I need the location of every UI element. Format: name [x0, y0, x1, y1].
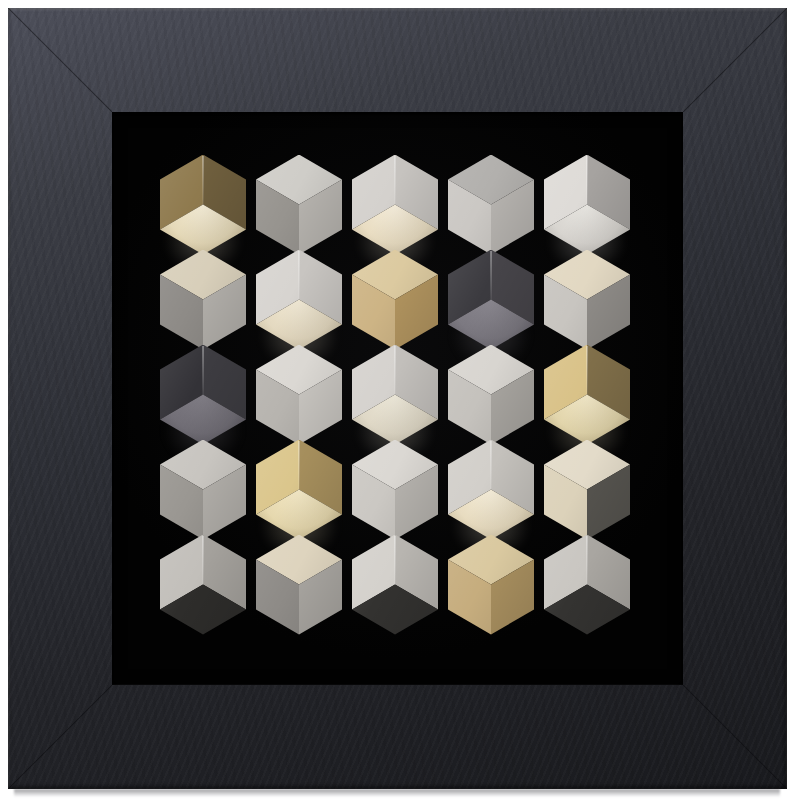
- grid-cell-r4c2: [251, 442, 347, 537]
- cube-r1c1-gold-bottom-view: [160, 155, 246, 255]
- grid-cell-r1c3: [347, 157, 443, 252]
- frame-mitre-seam-bottom-right: [683, 685, 787, 789]
- grid-cell-r5c1: [155, 537, 251, 632]
- cube-front-edge-highlight: [490, 441, 492, 490]
- grid-cell-r4c4: [443, 442, 539, 537]
- cube-r2c1-silver-top-view: [160, 250, 246, 350]
- grid-cell-r2c2: [251, 252, 347, 347]
- cube-r3c5-gold-bottom-view: [544, 345, 630, 445]
- grid-cell-r3c1: [155, 347, 251, 442]
- cube-r5c4-gold-top-view: [448, 535, 534, 635]
- cube-front-edge-highlight: [298, 251, 300, 300]
- cube-r5c1-silver-bottom-view: [160, 535, 246, 635]
- cube-front-edge-highlight: [394, 156, 396, 205]
- cube-r3c3-silver-bottom-view: [352, 345, 438, 445]
- cube-r3c4-silver-top-view: [448, 345, 534, 445]
- cube-front-edge-highlight: [586, 346, 588, 395]
- cube-front-edge-highlight: [394, 346, 396, 395]
- cube-r5c5-silver-bottom-view: [544, 535, 630, 635]
- cube-r5c3-silver-bottom-view: [352, 535, 438, 635]
- framed-artwork-photo: [0, 0, 795, 800]
- cube-r1c3-silver-bottom-view: [352, 155, 438, 255]
- cube-r2c2-silver-bottom-view: [256, 250, 342, 350]
- grid-cell-r2c3: [347, 252, 443, 347]
- cube-r4c3-silver-top-view: [352, 440, 438, 540]
- grid-cell-r3c5: [539, 347, 635, 442]
- grid-cell-r5c5: [539, 537, 635, 632]
- grid-cell-r2c4: [443, 252, 539, 347]
- grid-cell-r5c4: [443, 537, 539, 632]
- grid-cell-r4c3: [347, 442, 443, 537]
- grid-cell-r1c4: [443, 157, 539, 252]
- grid-cell-r3c4: [443, 347, 539, 442]
- cube-r3c1-ghost-bottom-view: [160, 345, 246, 445]
- cube-r1c2-silver-top-view: [256, 155, 342, 255]
- drop-shadow: [14, 789, 780, 797]
- grid-cell-r1c1: [155, 157, 251, 252]
- grid-cell-r4c1: [155, 442, 251, 537]
- cube-front-edge-highlight: [202, 536, 204, 585]
- grid-cell-r1c2: [251, 157, 347, 252]
- cube-front-edge-highlight: [202, 346, 204, 395]
- grid-cell-r2c5: [539, 252, 635, 347]
- cube-r3c2-silver-top-view: [256, 345, 342, 445]
- grid-cell-r4c5: [539, 442, 635, 537]
- cube-r2c5-silver-top-view: [544, 250, 630, 350]
- cube-r1c4-silver-top-view: [448, 155, 534, 255]
- cube-r2c4-ghost-bottom-view: [448, 250, 534, 350]
- cube-r2c3-gold-top-view: [352, 250, 438, 350]
- black-mat: [112, 112, 683, 685]
- cube-front-edge-highlight: [202, 156, 204, 205]
- cube-front-edge-highlight: [394, 536, 396, 585]
- cube-front-edge-highlight: [586, 536, 588, 585]
- cube-r4c2-gold-bottom-view: [256, 440, 342, 540]
- cube-r1c5-silver-bottom-view: [544, 155, 630, 255]
- grid-cell-r2c1: [155, 252, 251, 347]
- cube-r4c5-silver-top-view: [544, 440, 630, 540]
- cube-r5c2-silver-top-view: [256, 535, 342, 635]
- cube-front-edge-highlight: [586, 156, 588, 205]
- cube-front-edge-highlight: [298, 441, 300, 490]
- cube-r4c1-silver-top-view: [160, 440, 246, 540]
- cube-grid: [155, 157, 635, 632]
- grid-cell-r1c5: [539, 157, 635, 252]
- frame-mitre-seam-bottom-left: [8, 685, 112, 789]
- grid-cell-r3c2: [251, 347, 347, 442]
- cube-r4c4-silver-bottom-view: [448, 440, 534, 540]
- picture-frame: [8, 8, 787, 789]
- grid-cell-r5c2: [251, 537, 347, 632]
- frame-mitre-seam-top-left: [8, 8, 112, 112]
- grid-cell-r3c3: [347, 347, 443, 442]
- frame-mitre-seam-top-right: [683, 8, 787, 112]
- grid-cell-r5c3: [347, 537, 443, 632]
- cube-front-edge-highlight: [490, 251, 492, 300]
